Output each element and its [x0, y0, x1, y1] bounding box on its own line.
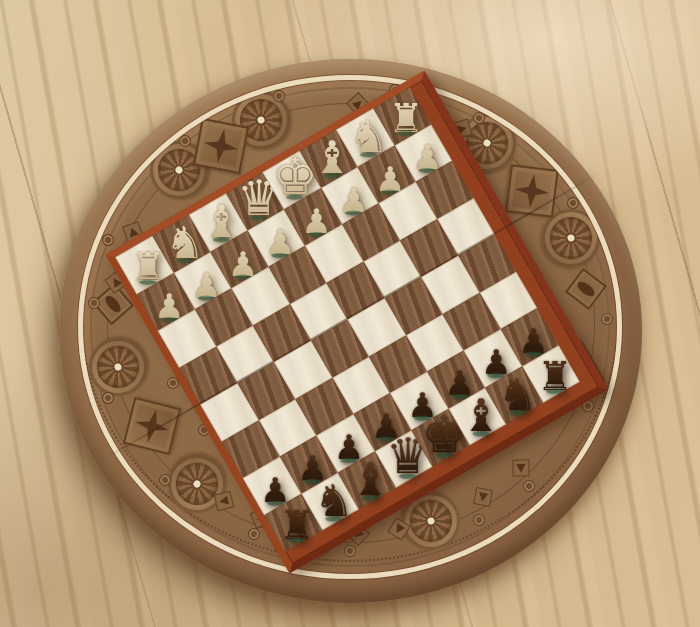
photo-scene: ♜♞♝♛♚♝♞♜♟♟♟♟♟♟♟♟♟♟♟♟♟♟♟♟♜♞♝♛♚♝♞♜ — [0, 0, 700, 627]
white-pawn[interactable]: ♟ — [405, 103, 448, 174]
round-chess-board: ♜♞♝♛♚♝♞♜♟♟♟♟♟♟♟♟♟♟♟♟♟♟♟♟♜♞♝♛♚♝♞♜ — [59, 59, 642, 603]
black-rook[interactable]: ♜ — [533, 324, 576, 395]
